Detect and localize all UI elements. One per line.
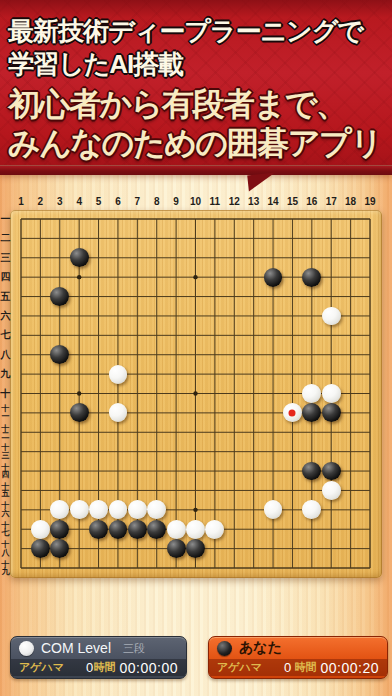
banner-line-3: 初心者から有段者まで、 [8,83,347,127]
white-panel-top-row: COM Level 三段 [11,637,186,659]
go-board[interactable] [10,210,382,578]
column-label: 14 [263,196,283,208]
column-label: 1 [11,196,31,208]
column-label: 8 [147,196,167,208]
promo-banner: 最新技術ディープラーニングで 学習したAI搭載 初心者から有段者まで、 みんなの… [0,0,392,175]
black-time-label: 時間 [295,660,317,675]
column-label: 10 [186,196,206,208]
banner-line-2: 学習したAI搭載 [8,47,183,82]
column-label: 9 [166,196,186,208]
column-label: 16 [302,196,322,208]
white-player-rank: 三段 [123,641,145,656]
white-captures-value: 0 [86,660,93,675]
column-label: 2 [30,196,50,208]
black-player-name: あなた [239,639,282,657]
column-label: 17 [321,196,341,208]
column-label: 5 [89,196,109,208]
white-time-label: 時間 [94,660,116,675]
white-time-value: 00:00:00 [120,660,179,676]
column-label: 12 [224,196,244,208]
column-label: 19 [360,196,380,208]
black-panel-top-row: あなた [209,637,387,659]
banner-bottom-band [0,165,392,175]
banner-line-1: 最新技術ディープラーニングで [8,14,363,49]
app-screen: 最新技術ディープラーニングで 学習したAI搭載 初心者から有段者まで、 みんなの… [0,0,392,696]
black-panel-bottom-row: アゲハマ 0 時間 00:00:20 [209,659,387,676]
black-time-value: 00:00:20 [321,660,380,676]
banner-speech-tail [247,173,277,192]
column-label: 4 [69,196,89,208]
black-captures-value: 0 [284,660,291,675]
banner-line-4: みんなのための囲碁アプリ [8,122,382,166]
white-captures-label: アゲハマ [19,660,64,675]
column-label: 6 [108,196,128,208]
white-stone-icon [19,641,34,656]
column-label: 13 [244,196,264,208]
black-player-panel: あなた アゲハマ 0 時間 00:00:20 [208,636,388,679]
column-label: 7 [127,196,147,208]
white-player-name: COM Level [41,640,111,656]
white-player-panel: COM Level 三段 アゲハマ 0 時間 00:00:00 [10,636,187,679]
white-panel-bottom-row: アゲハマ 0 時間 00:00:00 [11,659,186,676]
black-stone-icon [217,641,232,656]
black-captures-label: アゲハマ [217,660,262,675]
column-label: 15 [282,196,302,208]
column-label: 18 [341,196,361,208]
column-label: 11 [205,196,225,208]
column-label: 3 [50,196,70,208]
